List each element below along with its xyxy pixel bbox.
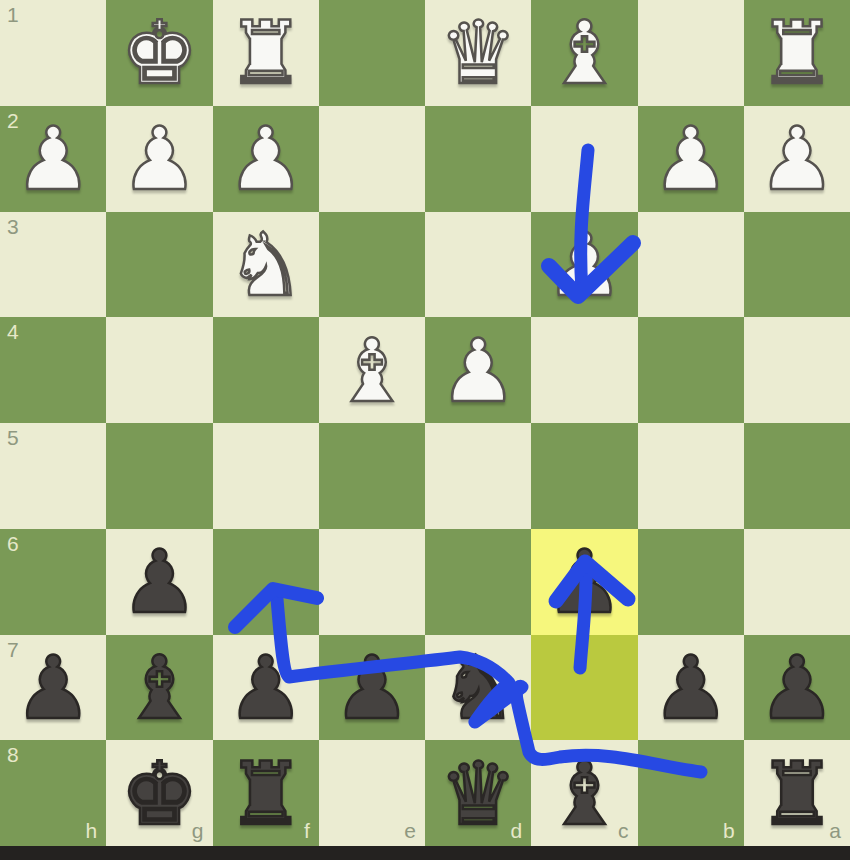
square-h2[interactable]: 2♟ xyxy=(0,106,106,212)
piece-black-P-f7[interactable]: ♟ xyxy=(227,645,305,732)
square-b4[interactable] xyxy=(638,317,744,423)
chessboard-screenshot: 1♚♜♛♝♜2♟♟♟♟♟3♞♟4♝♟56♟♟7♟♝♟♟♞♟♟8hg♚f♜ed♛c… xyxy=(0,0,850,860)
square-f8[interactable]: f♜ xyxy=(213,740,319,846)
square-g2[interactable]: ♟ xyxy=(106,106,212,212)
bottom-bar xyxy=(0,846,850,860)
square-h4[interactable]: 4 xyxy=(0,317,106,423)
rank-label-4: 4 xyxy=(7,320,19,344)
square-h8[interactable]: 8h xyxy=(0,740,106,846)
square-g8[interactable]: g♚ xyxy=(106,740,212,846)
rank-label-3: 3 xyxy=(7,215,19,239)
square-d6[interactable] xyxy=(425,529,531,635)
square-c8[interactable]: c♝ xyxy=(531,740,637,846)
piece-black-R-f8[interactable]: ♜ xyxy=(227,751,305,838)
square-e5[interactable] xyxy=(319,423,425,529)
square-b2[interactable]: ♟ xyxy=(638,106,744,212)
piece-black-Q-d8[interactable]: ♛ xyxy=(439,751,517,838)
rank-label-1: 1 xyxy=(7,3,19,27)
square-a5[interactable] xyxy=(744,423,850,529)
file-label-e: e xyxy=(404,819,416,843)
square-b8[interactable]: b xyxy=(638,740,744,846)
square-d2[interactable] xyxy=(425,106,531,212)
square-d5[interactable] xyxy=(425,423,531,529)
rank-label-8: 8 xyxy=(7,743,19,767)
square-c1[interactable]: ♝ xyxy=(531,0,637,106)
square-h3[interactable]: 3 xyxy=(0,212,106,318)
square-e3[interactable] xyxy=(319,212,425,318)
square-h6[interactable]: 6 xyxy=(0,529,106,635)
square-c5[interactable] xyxy=(531,423,637,529)
piece-black-K-g8[interactable]: ♚ xyxy=(120,751,198,838)
square-f1[interactable]: ♜ xyxy=(213,0,319,106)
square-a1[interactable]: ♜ xyxy=(744,0,850,106)
square-d1[interactable]: ♛ xyxy=(425,0,531,106)
file-label-b: b xyxy=(723,819,735,843)
square-e1[interactable] xyxy=(319,0,425,106)
square-e8[interactable]: e xyxy=(319,740,425,846)
square-a2[interactable]: ♟ xyxy=(744,106,850,212)
rank-label-6: 6 xyxy=(7,532,19,556)
square-a4[interactable] xyxy=(744,317,850,423)
piece-white-P-c3[interactable]: ♟ xyxy=(545,222,623,309)
square-g5[interactable] xyxy=(106,423,212,529)
square-f2[interactable]: ♟ xyxy=(213,106,319,212)
piece-black-P-e7[interactable]: ♟ xyxy=(333,645,411,732)
piece-black-P-a7[interactable]: ♟ xyxy=(758,645,836,732)
square-e4[interactable]: ♝ xyxy=(319,317,425,423)
square-e6[interactable] xyxy=(319,529,425,635)
square-e2[interactable] xyxy=(319,106,425,212)
square-a8[interactable]: a♜ xyxy=(744,740,850,846)
square-b1[interactable] xyxy=(638,0,744,106)
piece-black-P-g6[interactable]: ♟ xyxy=(120,539,198,626)
piece-black-R-a8[interactable]: ♜ xyxy=(758,751,836,838)
square-a3[interactable] xyxy=(744,212,850,318)
square-d4[interactable]: ♟ xyxy=(425,317,531,423)
square-g7[interactable]: ♝ xyxy=(106,635,212,741)
square-g4[interactable] xyxy=(106,317,212,423)
square-c4[interactable] xyxy=(531,317,637,423)
piece-white-Q-d1[interactable]: ♛ xyxy=(439,10,517,97)
piece-white-P-a2[interactable]: ♟ xyxy=(758,116,836,203)
piece-white-B-e4[interactable]: ♝ xyxy=(333,328,411,415)
square-h7[interactable]: 7♟ xyxy=(0,635,106,741)
square-a6[interactable] xyxy=(744,529,850,635)
square-h1[interactable]: 1 xyxy=(0,0,106,106)
square-a7[interactable]: ♟ xyxy=(744,635,850,741)
square-f3[interactable]: ♞ xyxy=(213,212,319,318)
square-h5[interactable]: 5 xyxy=(0,423,106,529)
piece-white-N-f3[interactable]: ♞ xyxy=(227,222,305,309)
piece-white-R-f1[interactable]: ♜ xyxy=(227,10,305,97)
piece-black-B-c8[interactable]: ♝ xyxy=(545,751,623,838)
file-label-h: h xyxy=(86,819,98,843)
piece-white-K-g1[interactable]: ♚ xyxy=(120,10,198,97)
square-c7[interactable] xyxy=(531,635,637,741)
piece-white-P-h2[interactable]: ♟ xyxy=(14,116,92,203)
piece-white-R-a1[interactable]: ♜ xyxy=(758,10,836,97)
piece-white-P-b2[interactable]: ♟ xyxy=(652,116,730,203)
file-label-f: f xyxy=(304,819,310,843)
piece-white-P-g2[interactable]: ♟ xyxy=(120,116,198,203)
square-f4[interactable] xyxy=(213,317,319,423)
piece-white-P-f2[interactable]: ♟ xyxy=(227,116,305,203)
square-f7[interactable]: ♟ xyxy=(213,635,319,741)
square-f5[interactable] xyxy=(213,423,319,529)
square-e7[interactable]: ♟ xyxy=(319,635,425,741)
square-d3[interactable] xyxy=(425,212,531,318)
chess-board: 1♚♜♛♝♜2♟♟♟♟♟3♞♟4♝♟56♟♟7♟♝♟♟♞♟♟8hg♚f♜ed♛c… xyxy=(0,0,850,846)
square-c2[interactable] xyxy=(531,106,637,212)
piece-black-B-g7[interactable]: ♝ xyxy=(120,645,198,732)
piece-white-B-c1[interactable]: ♝ xyxy=(545,10,623,97)
square-b6[interactable] xyxy=(638,529,744,635)
piece-black-P-b7[interactable]: ♟ xyxy=(652,645,730,732)
square-b7[interactable]: ♟ xyxy=(638,635,744,741)
square-c6[interactable]: ♟ xyxy=(531,529,637,635)
square-g6[interactable]: ♟ xyxy=(106,529,212,635)
piece-black-P-c6[interactable]: ♟ xyxy=(545,539,623,626)
piece-black-N-d7[interactable]: ♞ xyxy=(439,645,517,732)
square-d8[interactable]: d♛ xyxy=(425,740,531,846)
square-c3[interactable]: ♟ xyxy=(531,212,637,318)
square-d7[interactable]: ♞ xyxy=(425,635,531,741)
rank-label-5: 5 xyxy=(7,426,19,450)
square-g1[interactable]: ♚ xyxy=(106,0,212,106)
square-f6[interactable] xyxy=(213,529,319,635)
piece-white-P-d4[interactable]: ♟ xyxy=(439,328,517,415)
piece-black-P-h7[interactable]: ♟ xyxy=(14,645,92,732)
square-g3[interactable] xyxy=(106,212,212,318)
square-b5[interactable] xyxy=(638,423,744,529)
square-b3[interactable] xyxy=(638,212,744,318)
